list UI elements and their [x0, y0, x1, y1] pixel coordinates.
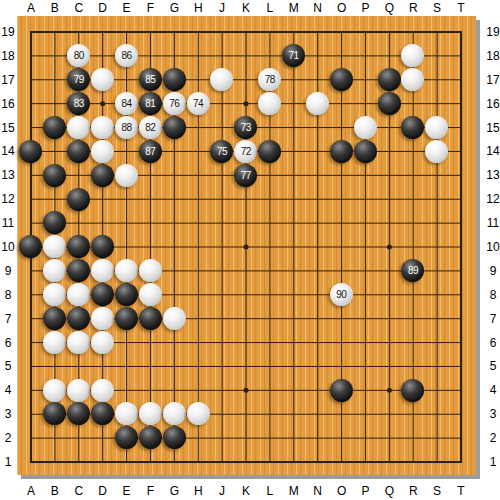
- stone-white-B8[interactable]: [43, 283, 66, 306]
- stone-black-C12[interactable]: [67, 188, 90, 211]
- stone-black-F14-move-87[interactable]: 87: [139, 140, 162, 163]
- col-label-top-O: O: [332, 1, 352, 15]
- row-label-right-4: 4: [485, 383, 500, 397]
- stone-white-F15-move-82[interactable]: 82: [139, 116, 162, 139]
- stone-white-P15[interactable]: [354, 116, 377, 139]
- stone-black-D10[interactable]: [91, 235, 114, 258]
- row-label-right-13: 13: [485, 168, 500, 182]
- row-label-left-6: 6: [0, 336, 16, 350]
- row-label-right-3: 3: [485, 407, 500, 421]
- stone-white-F9[interactable]: [139, 259, 162, 282]
- stone-white-H3[interactable]: [187, 402, 210, 425]
- row-label-right-11: 11: [485, 216, 500, 230]
- stone-white-C4[interactable]: [67, 379, 90, 402]
- stone-black-G2[interactable]: [163, 426, 186, 449]
- stone-white-O8-move-90[interactable]: 90: [330, 283, 353, 306]
- stone-white-C15[interactable]: [67, 116, 90, 139]
- stone-black-D13[interactable]: [91, 164, 114, 187]
- stone-black-B11[interactable]: [43, 211, 66, 234]
- stone-black-A10[interactable]: [19, 235, 42, 258]
- row-label-right-5: 5: [485, 359, 500, 373]
- row-label-left-17: 17: [0, 73, 16, 87]
- stone-black-B7[interactable]: [43, 307, 66, 330]
- stone-white-R18[interactable]: [401, 44, 424, 67]
- col-label-bottom-B: B: [45, 484, 65, 498]
- row-label-left-11: 11: [0, 216, 16, 230]
- row-label-left-10: 10: [0, 240, 16, 254]
- stone-black-C9[interactable]: [67, 259, 90, 282]
- stone-black-P14[interactable]: [354, 140, 377, 163]
- row-label-right-2: 2: [485, 431, 500, 445]
- stone-black-Q17[interactable]: [378, 68, 401, 91]
- stone-white-E16-move-84[interactable]: 84: [115, 92, 138, 115]
- stone-black-R9-move-89[interactable]: 89: [401, 259, 424, 282]
- stone-black-A14[interactable]: [19, 140, 42, 163]
- stone-white-D17[interactable]: [91, 68, 114, 91]
- col-label-bottom-D: D: [93, 484, 113, 498]
- stone-black-F17-move-85[interactable]: 85: [139, 68, 162, 91]
- row-label-right-15: 15: [485, 121, 500, 135]
- col-label-bottom-J: J: [212, 484, 232, 498]
- col-label-top-M: M: [284, 1, 304, 15]
- stone-white-B9[interactable]: [43, 259, 66, 282]
- stone-white-B10[interactable]: [43, 235, 66, 258]
- stone-black-O14[interactable]: [330, 140, 353, 163]
- col-label-top-P: P: [355, 1, 375, 15]
- stone-black-F2[interactable]: [139, 426, 162, 449]
- col-label-bottom-H: H: [188, 484, 208, 498]
- stone-white-E3[interactable]: [115, 402, 138, 425]
- stone-black-C16-move-83[interactable]: 83: [67, 92, 90, 115]
- stone-white-N16[interactable]: [306, 92, 329, 115]
- stone-white-F8[interactable]: [139, 283, 162, 306]
- stone-white-D15[interactable]: [91, 116, 114, 139]
- stone-white-G7[interactable]: [163, 307, 186, 330]
- stone-white-F3[interactable]: [139, 402, 162, 425]
- stone-white-J17[interactable]: [210, 68, 233, 91]
- row-label-left-3: 3: [0, 407, 16, 421]
- stone-white-L16[interactable]: [258, 92, 281, 115]
- stone-white-E9[interactable]: [115, 259, 138, 282]
- stone-black-D8[interactable]: [91, 283, 114, 306]
- stone-white-C8[interactable]: [67, 283, 90, 306]
- stone-white-B6[interactable]: [43, 331, 66, 354]
- stone-white-K14-move-72[interactable]: 72: [234, 140, 257, 163]
- stone-black-O17[interactable]: [330, 68, 353, 91]
- stone-black-G17[interactable]: [163, 68, 186, 91]
- row-label-right-10: 10: [485, 240, 500, 254]
- col-label-top-D: D: [93, 1, 113, 15]
- stone-white-D9[interactable]: [91, 259, 114, 282]
- row-label-left-8: 8: [0, 288, 16, 302]
- stone-white-B4[interactable]: [43, 379, 66, 402]
- stone-black-C7[interactable]: [67, 307, 90, 330]
- stone-black-K15-move-73[interactable]: 73: [234, 116, 257, 139]
- col-label-top-G: G: [164, 1, 184, 15]
- col-label-top-K: K: [236, 1, 256, 15]
- stone-white-C18-move-80[interactable]: 80: [67, 44, 90, 67]
- row-label-right-19: 19: [485, 25, 500, 39]
- col-label-bottom-A: A: [21, 484, 41, 498]
- stone-black-E8[interactable]: [115, 283, 138, 306]
- row-label-right-1: 1: [485, 455, 500, 469]
- row-label-left-5: 5: [0, 359, 16, 373]
- col-label-top-L: L: [260, 1, 280, 15]
- col-label-bottom-P: P: [355, 484, 375, 498]
- stone-black-B13[interactable]: [43, 164, 66, 187]
- stone-white-D7[interactable]: [91, 307, 114, 330]
- stone-white-D4[interactable]: [91, 379, 114, 402]
- col-label-bottom-N: N: [308, 484, 328, 498]
- row-label-left-13: 13: [0, 168, 16, 182]
- col-label-bottom-L: L: [260, 484, 280, 498]
- row-label-left-1: 1: [0, 455, 16, 469]
- row-label-right-7: 7: [485, 312, 500, 326]
- go-diagram: 8086717985788384817674888273877572778990…: [0, 0, 500, 500]
- row-label-right-14: 14: [485, 144, 500, 158]
- col-label-bottom-C: C: [69, 484, 89, 498]
- stone-black-B3[interactable]: [43, 402, 66, 425]
- stones-layer: 8086717985788384817674888273877572778990: [19, 20, 473, 474]
- stone-black-E2[interactable]: [115, 426, 138, 449]
- col-label-top-F: F: [140, 1, 160, 15]
- col-label-bottom-T: T: [451, 484, 471, 498]
- stone-black-R15[interactable]: [401, 116, 424, 139]
- col-label-bottom-Q: Q: [379, 484, 399, 498]
- stone-white-E13[interactable]: [115, 164, 138, 187]
- col-label-top-S: S: [427, 1, 447, 15]
- col-label-top-J: J: [212, 1, 232, 15]
- row-label-right-9: 9: [485, 264, 500, 278]
- row-label-right-8: 8: [485, 288, 500, 302]
- stone-white-S15[interactable]: [425, 116, 448, 139]
- col-label-top-A: A: [21, 1, 41, 15]
- col-label-top-R: R: [403, 1, 423, 15]
- stone-black-K13-move-77[interactable]: 77: [234, 164, 257, 187]
- col-label-bottom-R: R: [403, 484, 423, 498]
- row-label-left-4: 4: [0, 383, 16, 397]
- col-label-bottom-G: G: [164, 484, 184, 498]
- col-label-bottom-O: O: [332, 484, 352, 498]
- row-label-left-7: 7: [0, 312, 16, 326]
- stone-white-E18-move-86[interactable]: 86: [115, 44, 138, 67]
- row-label-right-17: 17: [485, 73, 500, 87]
- stone-black-B15[interactable]: [43, 116, 66, 139]
- stone-black-C3[interactable]: [67, 402, 90, 425]
- stone-black-C14[interactable]: [67, 140, 90, 163]
- stone-black-O4[interactable]: [330, 379, 353, 402]
- row-label-right-6: 6: [485, 336, 500, 350]
- stone-black-F16-move-81[interactable]: 81: [139, 92, 162, 115]
- row-label-left-14: 14: [0, 144, 16, 158]
- col-label-top-C: C: [69, 1, 89, 15]
- col-label-bottom-S: S: [427, 484, 447, 498]
- stone-black-C10[interactable]: [67, 235, 90, 258]
- row-label-left-9: 9: [0, 264, 16, 278]
- row-label-left-15: 15: [0, 121, 16, 135]
- stone-black-C17-move-79[interactable]: 79: [67, 68, 90, 91]
- stone-white-D14[interactable]: [91, 140, 114, 163]
- col-label-top-H: H: [188, 1, 208, 15]
- stone-white-D6[interactable]: [91, 331, 114, 354]
- col-label-top-T: T: [451, 1, 471, 15]
- col-label-bottom-K: K: [236, 484, 256, 498]
- stone-white-L17-move-78[interactable]: 78: [258, 68, 281, 91]
- stone-black-R4[interactable]: [401, 379, 424, 402]
- row-label-right-16: 16: [485, 97, 500, 111]
- stone-black-D3[interactable]: [91, 402, 114, 425]
- col-label-top-Q: Q: [379, 1, 399, 15]
- stone-black-Q16[interactable]: [378, 92, 401, 115]
- stone-black-J14-move-75[interactable]: 75: [210, 140, 233, 163]
- col-label-bottom-M: M: [284, 484, 304, 498]
- stone-black-L14[interactable]: [258, 140, 281, 163]
- col-label-bottom-E: E: [117, 484, 137, 498]
- stone-black-E7[interactable]: [115, 307, 138, 330]
- stone-white-G3[interactable]: [163, 402, 186, 425]
- stone-white-R17[interactable]: [401, 68, 424, 91]
- stone-black-G15[interactable]: [163, 116, 186, 139]
- row-label-left-19: 19: [0, 25, 16, 39]
- row-label-left-2: 2: [0, 431, 16, 445]
- stone-white-S14[interactable]: [425, 140, 448, 163]
- stone-white-E15-move-88[interactable]: 88: [115, 116, 138, 139]
- stone-black-F7[interactable]: [139, 307, 162, 330]
- col-label-top-E: E: [117, 1, 137, 15]
- row-label-left-16: 16: [0, 97, 16, 111]
- col-label-bottom-F: F: [140, 484, 160, 498]
- row-label-right-18: 18: [485, 49, 500, 63]
- stone-white-H16-move-74[interactable]: 74: [187, 92, 210, 115]
- row-label-left-18: 18: [0, 49, 16, 63]
- stone-white-G16-move-76[interactable]: 76: [163, 92, 186, 115]
- col-label-top-N: N: [308, 1, 328, 15]
- stone-black-M18-move-71[interactable]: 71: [282, 44, 305, 67]
- col-label-top-B: B: [45, 1, 65, 15]
- row-label-left-12: 12: [0, 192, 16, 206]
- stone-white-C6[interactable]: [67, 331, 90, 354]
- row-label-right-12: 12: [485, 192, 500, 206]
